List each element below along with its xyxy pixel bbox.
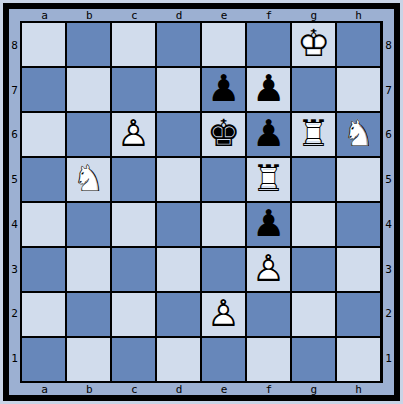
- square-f6[interactable]: ♟: [247, 113, 290, 156]
- square-a2[interactable]: [22, 293, 65, 336]
- file-label-bottom-a: a: [41, 384, 48, 395]
- square-g6[interactable]: ♜♖: [292, 113, 335, 156]
- square-h5[interactable]: [337, 158, 380, 201]
- rank-labels-left: 87654321: [9, 21, 20, 383]
- square-f8[interactable]: [247, 23, 290, 66]
- rank-label-right-6: 6: [385, 129, 392, 140]
- square-f1[interactable]: [247, 338, 290, 381]
- square-c3[interactable]: [112, 248, 155, 291]
- square-d7[interactable]: [157, 68, 200, 111]
- rank-label-left-6: 6: [11, 129, 18, 140]
- square-d3[interactable]: [157, 248, 200, 291]
- file-label-bottom-c: c: [131, 384, 138, 395]
- square-f7[interactable]: ♟: [247, 68, 290, 111]
- rank-label-right-2: 2: [385, 308, 392, 319]
- board-frame: abcdefgh 87654321 ♚♔♟♟♟♙♚♟♜♖♞♘♞♘♜♖♟♟♙♟♙ …: [3, 3, 400, 401]
- white-rook[interactable]: ♜♖: [247, 158, 290, 201]
- board: ♚♔♟♟♟♙♚♟♜♖♞♘♞♘♜♖♟♟♙♟♙: [20, 21, 383, 383]
- rank-label-right-1: 1: [385, 353, 392, 364]
- square-c6[interactable]: ♟♙: [112, 113, 155, 156]
- square-a7[interactable]: [22, 68, 65, 111]
- square-e2[interactable]: ♟♙: [202, 293, 245, 336]
- square-e3[interactable]: [202, 248, 245, 291]
- square-h8[interactable]: [337, 23, 380, 66]
- square-a4[interactable]: [22, 203, 65, 246]
- square-e5[interactable]: [202, 158, 245, 201]
- black-pawn[interactable]: ♟: [202, 68, 245, 111]
- file-label-bottom-g: g: [310, 384, 317, 395]
- corner-bottom-left: [9, 383, 20, 395]
- square-h4[interactable]: [337, 203, 380, 246]
- square-b5[interactable]: ♞♘: [67, 158, 110, 201]
- square-d5[interactable]: [157, 158, 200, 201]
- square-d2[interactable]: [157, 293, 200, 336]
- rank-labels-right: 87654321: [383, 21, 394, 383]
- square-h3[interactable]: [337, 248, 380, 291]
- white-pawn[interactable]: ♟♙: [112, 113, 155, 156]
- square-c5[interactable]: [112, 158, 155, 201]
- square-c8[interactable]: [112, 23, 155, 66]
- file-label-bottom-d: d: [176, 384, 183, 395]
- square-d8[interactable]: [157, 23, 200, 66]
- square-a8[interactable]: [22, 23, 65, 66]
- square-f2[interactable]: [247, 293, 290, 336]
- square-a5[interactable]: [22, 158, 65, 201]
- file-labels-top: abcdefgh: [20, 9, 383, 21]
- white-knight-outline: ♘: [67, 158, 110, 201]
- square-c2[interactable]: [112, 293, 155, 336]
- square-b3[interactable]: [67, 248, 110, 291]
- file-labels-bottom: abcdefgh: [20, 383, 383, 395]
- file-label-top-d: d: [176, 10, 183, 21]
- square-h7[interactable]: [337, 68, 380, 111]
- black-king-glyph: ♚: [202, 113, 245, 156]
- white-king[interactable]: ♚♔: [292, 23, 335, 66]
- square-g8[interactable]: ♚♔: [292, 23, 335, 66]
- square-d4[interactable]: [157, 203, 200, 246]
- square-g1[interactable]: [292, 338, 335, 381]
- file-label-bottom-b: b: [86, 384, 93, 395]
- square-c4[interactable]: [112, 203, 155, 246]
- white-king-outline: ♔: [292, 23, 335, 66]
- square-e1[interactable]: [202, 338, 245, 381]
- square-h6[interactable]: ♞♘: [337, 113, 380, 156]
- rank-label-left-8: 8: [11, 40, 18, 51]
- black-pawn-glyph: ♟: [247, 203, 290, 246]
- square-a6[interactable]: [22, 113, 65, 156]
- white-rook-outline: ♖: [292, 113, 335, 156]
- rank-label-right-3: 3: [385, 264, 392, 275]
- black-pawn[interactable]: ♟: [247, 203, 290, 246]
- square-g4[interactable]: [292, 203, 335, 246]
- square-g7[interactable]: [292, 68, 335, 111]
- black-pawn-glyph: ♟: [202, 68, 245, 111]
- file-label-top-c: c: [131, 10, 138, 21]
- square-g5[interactable]: [292, 158, 335, 201]
- rank-label-left-2: 2: [11, 308, 18, 319]
- black-pawn-glyph: ♟: [247, 68, 290, 111]
- square-g3[interactable]: [292, 248, 335, 291]
- file-label-top-f: f: [266, 10, 273, 21]
- white-rook-outline: ♖: [247, 158, 290, 201]
- square-e4[interactable]: [202, 203, 245, 246]
- rank-label-left-1: 1: [11, 353, 18, 364]
- square-e7[interactable]: ♟: [202, 68, 245, 111]
- square-h1[interactable]: [337, 338, 380, 381]
- square-d1[interactable]: [157, 338, 200, 381]
- white-knight[interactable]: ♞♘: [337, 113, 380, 156]
- file-label-top-a: a: [41, 10, 48, 21]
- rank-label-right-8: 8: [385, 40, 392, 51]
- square-g2[interactable]: [292, 293, 335, 336]
- square-e8[interactable]: [202, 23, 245, 66]
- file-label-bottom-f: f: [266, 384, 273, 395]
- rank-label-left-4: 4: [11, 219, 18, 230]
- black-pawn[interactable]: ♟: [247, 68, 290, 111]
- square-a1[interactable]: [22, 338, 65, 381]
- white-pawn[interactable]: ♟♙: [247, 248, 290, 291]
- rank-label-right-5: 5: [385, 174, 392, 185]
- white-pawn-outline: ♙: [112, 113, 155, 156]
- rank-label-left-7: 7: [11, 85, 18, 96]
- square-b1[interactable]: [67, 338, 110, 381]
- file-label-top-g: g: [310, 10, 317, 21]
- black-king[interactable]: ♚: [202, 113, 245, 156]
- rank-label-right-4: 4: [385, 219, 392, 230]
- file-label-top-b: b: [86, 10, 93, 21]
- square-a3[interactable]: [22, 248, 65, 291]
- file-label-top-e: e: [221, 10, 228, 21]
- square-b2[interactable]: [67, 293, 110, 336]
- white-rook[interactable]: ♜♖: [292, 113, 335, 156]
- square-e6[interactable]: ♚: [202, 113, 245, 156]
- white-knight[interactable]: ♞♘: [67, 158, 110, 201]
- board-inner: abcdefgh 87654321 ♚♔♟♟♟♙♚♟♜♖♞♘♞♘♜♖♟♟♙♟♙ …: [9, 9, 394, 395]
- corner-bottom-right: [383, 383, 394, 395]
- rank-label-right-7: 7: [385, 85, 392, 96]
- black-pawn-glyph: ♟: [247, 113, 290, 156]
- white-pawn-outline: ♙: [202, 293, 245, 336]
- chessboard-widget: abcdefgh 87654321 ♚♔♟♟♟♙♚♟♜♖♞♘♞♘♜♖♟♟♙♟♙ …: [0, 0, 403, 404]
- corner-top-right: [383, 9, 394, 21]
- corner-top-left: [9, 9, 20, 21]
- square-f3[interactable]: ♟♙: [247, 248, 290, 291]
- black-pawn[interactable]: ♟: [247, 113, 290, 156]
- square-b8[interactable]: [67, 23, 110, 66]
- file-label-bottom-h: h: [355, 384, 362, 395]
- square-b7[interactable]: [67, 68, 110, 111]
- rank-label-left-3: 3: [11, 264, 18, 275]
- square-b4[interactable]: [67, 203, 110, 246]
- square-f5[interactable]: ♜♖: [247, 158, 290, 201]
- white-pawn[interactable]: ♟♙: [202, 293, 245, 336]
- rank-label-left-5: 5: [11, 174, 18, 185]
- square-d6[interactable]: [157, 113, 200, 156]
- square-h2[interactable]: [337, 293, 380, 336]
- white-pawn-outline: ♙: [247, 248, 290, 291]
- square-c1[interactable]: [112, 338, 155, 381]
- square-b6[interactable]: [67, 113, 110, 156]
- square-c7[interactable]: [112, 68, 155, 111]
- square-f4[interactable]: ♟: [247, 203, 290, 246]
- white-knight-outline: ♘: [337, 113, 380, 156]
- file-label-bottom-e: e: [221, 384, 228, 395]
- file-label-top-h: h: [355, 10, 362, 21]
